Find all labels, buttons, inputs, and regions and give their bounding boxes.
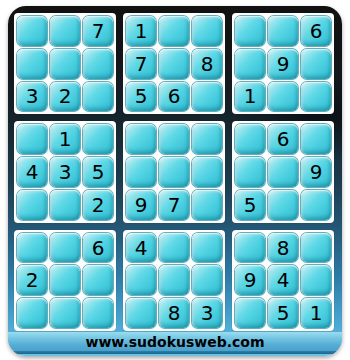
block-r2c3: 695: [232, 121, 334, 222]
cell-r8c6[interactable]: [192, 265, 222, 295]
cell-r5c6[interactable]: [192, 157, 222, 187]
cell-r9c1[interactable]: [17, 298, 47, 328]
cell-r2c2[interactable]: [50, 49, 80, 79]
cell-r7c8[interactable]: 8: [268, 233, 298, 263]
cell-r6c7[interactable]: 5: [235, 190, 265, 220]
site-url[interactable]: www.sudokusweb.com: [85, 334, 264, 350]
board-frame: 7321785669114352976956248389451 www.sudo…: [8, 6, 342, 356]
block-r2c2: 97: [123, 121, 225, 222]
cell-r3c6[interactable]: [192, 82, 222, 112]
cell-r2c3[interactable]: [83, 49, 113, 79]
cell-r2c9[interactable]: [301, 49, 331, 79]
cell-r4c1[interactable]: [17, 124, 47, 154]
cell-r3c9[interactable]: [301, 82, 331, 112]
cell-r5c8[interactable]: [268, 157, 298, 187]
cell-r2c6[interactable]: 8: [192, 49, 222, 79]
cell-r2c5[interactable]: [159, 49, 189, 79]
cell-r7c6[interactable]: [192, 233, 222, 263]
cell-r5c5[interactable]: [159, 157, 189, 187]
cell-r5c7[interactable]: [235, 157, 265, 187]
cell-r2c4[interactable]: 7: [126, 49, 156, 79]
cell-r6c4[interactable]: 9: [126, 190, 156, 220]
cell-r1c9[interactable]: 6: [301, 16, 331, 46]
cell-r2c8[interactable]: 9: [268, 49, 298, 79]
cell-r8c1[interactable]: 2: [17, 265, 47, 295]
footer-band: www.sudokusweb.com: [8, 332, 342, 351]
cell-r3c7[interactable]: 1: [235, 82, 265, 112]
cell-r4c7[interactable]: [235, 124, 265, 154]
cell-r3c1[interactable]: 3: [17, 82, 47, 112]
cell-r8c8[interactable]: 4: [268, 265, 298, 295]
cell-r1c5[interactable]: [159, 16, 189, 46]
cell-r7c9[interactable]: [301, 233, 331, 263]
cell-r7c5[interactable]: [159, 233, 189, 263]
cell-r9c3[interactable]: [83, 298, 113, 328]
cell-r1c8[interactable]: [268, 16, 298, 46]
cell-r9c7[interactable]: [235, 298, 265, 328]
cell-r3c5[interactable]: 6: [159, 82, 189, 112]
block-r1c2: 17856: [123, 13, 225, 114]
cell-r7c4[interactable]: 4: [126, 233, 156, 263]
cell-r4c4[interactable]: [126, 124, 156, 154]
cell-r1c1[interactable]: [17, 16, 47, 46]
cell-r4c6[interactable]: [192, 124, 222, 154]
footer-divider: [8, 351, 342, 354]
cell-r8c9[interactable]: [301, 265, 331, 295]
cell-r3c2[interactable]: 2: [50, 82, 80, 112]
cell-r6c1[interactable]: [17, 190, 47, 220]
block-r3c1: 62: [14, 230, 116, 331]
cell-r8c5[interactable]: [159, 265, 189, 295]
cell-r1c3[interactable]: 7: [83, 16, 113, 46]
block-r3c2: 483: [123, 230, 225, 331]
cell-r5c4[interactable]: [126, 157, 156, 187]
cell-r1c2[interactable]: [50, 16, 80, 46]
cell-r6c5[interactable]: 7: [159, 190, 189, 220]
cell-r5c9[interactable]: 9: [301, 157, 331, 187]
cell-r4c3[interactable]: [83, 124, 113, 154]
cell-r2c7[interactable]: [235, 49, 265, 79]
cell-r6c9[interactable]: [301, 190, 331, 220]
cell-r7c2[interactable]: [50, 233, 80, 263]
cell-r6c2[interactable]: [50, 190, 80, 220]
cell-r4c8[interactable]: 6: [268, 124, 298, 154]
cell-r8c2[interactable]: [50, 265, 80, 295]
cell-r1c6[interactable]: [192, 16, 222, 46]
cell-r6c3[interactable]: 2: [83, 190, 113, 220]
cell-r3c4[interactable]: 5: [126, 82, 156, 112]
cell-r9c6[interactable]: 3: [192, 298, 222, 328]
cell-r2c1[interactable]: [17, 49, 47, 79]
cell-r4c5[interactable]: [159, 124, 189, 154]
cell-r3c8[interactable]: [268, 82, 298, 112]
block-r3c3: 89451: [232, 230, 334, 331]
cell-r1c7[interactable]: [235, 16, 265, 46]
cell-r4c2[interactable]: 1: [50, 124, 80, 154]
block-r1c1: 732: [14, 13, 116, 114]
cell-r5c2[interactable]: 3: [50, 157, 80, 187]
sudoku-board: 7321785669114352976956248389451: [14, 13, 334, 331]
cell-r1c4[interactable]: 1: [126, 16, 156, 46]
cell-r9c4[interactable]: [126, 298, 156, 328]
cell-r9c2[interactable]: [50, 298, 80, 328]
cell-r8c7[interactable]: 9: [235, 265, 265, 295]
block-r2c1: 14352: [14, 121, 116, 222]
cell-r9c8[interactable]: 5: [268, 298, 298, 328]
block-r1c3: 691: [232, 13, 334, 114]
cell-r9c5[interactable]: 8: [159, 298, 189, 328]
cell-r7c1[interactable]: [17, 233, 47, 263]
cell-r5c1[interactable]: 4: [17, 157, 47, 187]
cell-r7c7[interactable]: [235, 233, 265, 263]
cell-r5c3[interactable]: 5: [83, 157, 113, 187]
cell-r7c3[interactable]: 6: [83, 233, 113, 263]
cell-r4c9[interactable]: [301, 124, 331, 154]
cell-r8c3[interactable]: [83, 265, 113, 295]
sudoku-screenshot: 7321785669114352976956248389451 www.sudo…: [0, 0, 350, 360]
cell-r6c8[interactable]: [268, 190, 298, 220]
cell-r6c6[interactable]: [192, 190, 222, 220]
cell-r9c9[interactable]: 1: [301, 298, 331, 328]
cell-r8c4[interactable]: [126, 265, 156, 295]
cell-r3c3[interactable]: [83, 82, 113, 112]
